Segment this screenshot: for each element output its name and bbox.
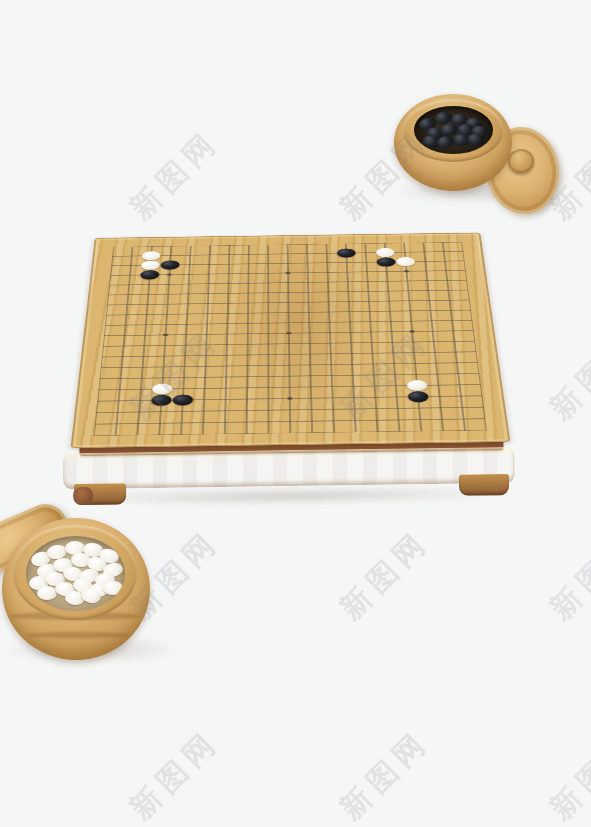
black-bowl-lid-knob: [508, 149, 534, 173]
go-board-top[interactable]: [70, 233, 510, 449]
black-bowl-opening: [414, 106, 493, 154]
photo-canvas: 新图网新图网新图网新图网新图网新图网新图网新图网新图网新图网新图网新图网: [0, 0, 591, 827]
black-bowl-stone[interactable]: [467, 134, 484, 147]
bowl-grain-streak: [28, 632, 128, 638]
white-bowl-opening: [26, 536, 125, 611]
board-grid: [94, 242, 487, 436]
board-base-rail: [63, 447, 515, 489]
board-right-leg: [459, 474, 509, 496]
board-left-foot-tip: [73, 487, 93, 505]
